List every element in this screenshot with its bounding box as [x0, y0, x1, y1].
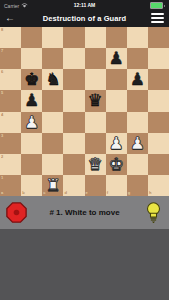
rank-label-4: 4 [1, 113, 3, 117]
piece-black-queen[interactable]: ♛ [87, 90, 102, 111]
square-e5[interactable]: ♛ [85, 90, 106, 111]
stop-button[interactable] [4, 200, 28, 226]
clock: 12:11 AM [0, 2, 169, 8]
battery-icon [150, 2, 165, 9]
square-b8[interactable] [21, 27, 42, 48]
square-c8[interactable] [42, 27, 63, 48]
nav-bar: ← Destruction of a Guard [0, 10, 169, 27]
file-label-c: c [43, 191, 45, 195]
file-label-g: g [128, 191, 130, 195]
square-f4[interactable] [106, 112, 127, 133]
rank-label-1: 1 [1, 176, 3, 180]
square-h7[interactable] [148, 48, 169, 69]
square-e6[interactable] [85, 69, 106, 90]
square-a8[interactable]: 8 [0, 27, 21, 48]
square-c1[interactable]: c♜ [42, 175, 63, 196]
bottom-bar: # 1. White to move [0, 196, 169, 229]
piece-black-pawn[interactable]: ♟ [109, 48, 124, 69]
piece-black-king[interactable]: ♚ [24, 69, 39, 90]
rank-label-3: 3 [1, 134, 3, 138]
square-b1[interactable]: b [21, 175, 42, 196]
file-label-a: a [1, 191, 3, 195]
square-h5[interactable] [148, 90, 169, 111]
piece-black-knight[interactable]: ♞ [45, 69, 60, 90]
square-b5[interactable]: ♟ [21, 90, 42, 111]
header: Carrier 12:11 AM ← Destruction of a Guar… [0, 0, 169, 27]
hint-button[interactable] [141, 200, 165, 226]
square-d6[interactable] [63, 69, 84, 90]
page-title: Destruction of a Guard [43, 14, 126, 23]
square-a3[interactable]: 3 [0, 133, 21, 154]
square-g2[interactable] [127, 154, 148, 175]
hamburger-menu-icon[interactable] [151, 13, 164, 23]
square-d8[interactable] [63, 27, 84, 48]
square-a6[interactable]: 6 [0, 69, 21, 90]
piece-white-queen[interactable]: ♛ [87, 154, 102, 175]
piece-white-rook[interactable]: ♜ [45, 175, 60, 196]
square-b7[interactable] [21, 48, 42, 69]
app-background-area [0, 229, 169, 300]
file-label-d: d [64, 191, 66, 195]
square-c2[interactable] [42, 154, 63, 175]
square-f5[interactable] [106, 90, 127, 111]
square-h3[interactable] [148, 133, 169, 154]
square-a5[interactable]: 5 [0, 90, 21, 111]
rank-label-7: 7 [1, 49, 3, 53]
square-d1[interactable]: d [63, 175, 84, 196]
square-h4[interactable] [148, 112, 169, 133]
square-c6[interactable]: ♞ [42, 69, 63, 90]
square-c7[interactable] [42, 48, 63, 69]
square-c4[interactable] [42, 112, 63, 133]
square-e4[interactable] [85, 112, 106, 133]
piece-white-pawn[interactable]: ♟ [109, 133, 124, 154]
square-g8[interactable] [127, 27, 148, 48]
square-f2[interactable]: ♚ [106, 154, 127, 175]
square-f1[interactable]: f [106, 175, 127, 196]
square-g3[interactable]: ♟ [127, 133, 148, 154]
square-a1[interactable]: 1a [0, 175, 21, 196]
square-c5[interactable] [42, 90, 63, 111]
square-d4[interactable] [63, 112, 84, 133]
square-e1[interactable]: e [85, 175, 106, 196]
square-b4[interactable]: ♟ [21, 112, 42, 133]
square-g7[interactable] [127, 48, 148, 69]
lightbulb-icon [146, 201, 161, 224]
square-h2[interactable] [148, 154, 169, 175]
square-e2[interactable]: ♛ [85, 154, 106, 175]
square-f6[interactable] [106, 69, 127, 90]
piece-white-king[interactable]: ♚ [109, 154, 124, 175]
square-g6[interactable]: ♟ [127, 69, 148, 90]
square-a4[interactable]: 4 [0, 112, 21, 133]
square-h6[interactable] [148, 69, 169, 90]
square-h8[interactable] [148, 27, 169, 48]
square-e7[interactable] [85, 48, 106, 69]
status-bar: Carrier 12:11 AM [0, 0, 169, 10]
piece-black-pawn[interactable]: ♟ [130, 69, 145, 90]
square-c3[interactable] [42, 133, 63, 154]
square-d3[interactable] [63, 133, 84, 154]
chess-board: 87♟6♚♞♟5♟♛4♟3♟♟2♛♚1abc♜defgh [0, 27, 169, 196]
rank-label-2: 2 [1, 155, 3, 159]
rank-label-5: 5 [1, 91, 3, 95]
square-g5[interactable] [127, 90, 148, 111]
piece-white-pawn[interactable]: ♟ [130, 133, 145, 154]
back-button[interactable]: ← [5, 11, 15, 25]
square-b6[interactable]: ♚ [21, 69, 42, 90]
square-b2[interactable] [21, 154, 42, 175]
square-h1[interactable]: h [148, 175, 169, 196]
file-label-f: f [107, 191, 108, 195]
piece-black-pawn[interactable]: ♟ [24, 90, 39, 111]
square-d2[interactable] [63, 154, 84, 175]
square-a2[interactable]: 2 [0, 154, 21, 175]
rank-label-6: 6 [1, 70, 3, 74]
file-label-h: h [149, 191, 151, 195]
rank-label-8: 8 [1, 28, 3, 32]
square-f3[interactable]: ♟ [106, 133, 127, 154]
square-d5[interactable] [63, 90, 84, 111]
file-label-b: b [22, 191, 24, 195]
square-b3[interactable] [21, 133, 42, 154]
square-d7[interactable] [63, 48, 84, 69]
stop-octagon-icon [6, 202, 27, 223]
square-g4[interactable] [127, 112, 148, 133]
file-label-e: e [86, 191, 88, 195]
square-a7[interactable]: 7 [0, 48, 21, 69]
square-e8[interactable] [85, 27, 106, 48]
square-f7[interactable]: ♟ [106, 48, 127, 69]
square-g1[interactable]: g [127, 175, 148, 196]
piece-white-pawn[interactable]: ♟ [24, 112, 39, 133]
square-e3[interactable] [85, 133, 106, 154]
square-f8[interactable] [106, 27, 127, 48]
